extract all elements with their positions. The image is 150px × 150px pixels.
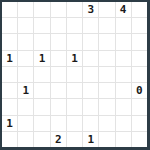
cell-r6-c1[interactable] — [18, 99, 33, 114]
cell-r0-c5-clue[interactable]: 3 — [83, 2, 98, 17]
cell-r7-c3[interactable] — [51, 116, 66, 131]
cell-r6-c8[interactable] — [132, 99, 147, 114]
cell-r3-c1[interactable] — [18, 51, 33, 66]
cell-r8-c4[interactable] — [67, 132, 82, 147]
cell-r6-c4[interactable] — [67, 99, 82, 114]
cell-r3-c4-clue[interactable]: 1 — [67, 51, 82, 66]
cell-r1-c7[interactable] — [116, 18, 131, 33]
cell-r2-c7[interactable] — [116, 34, 131, 49]
cell-r6-c6[interactable] — [99, 99, 114, 114]
cell-r7-c4[interactable] — [67, 116, 82, 131]
cell-r2-c8[interactable] — [132, 34, 147, 49]
cell-r3-c5[interactable] — [83, 51, 98, 66]
cell-r1-c1[interactable] — [18, 18, 33, 33]
cell-r7-c0-clue[interactable]: 1 — [2, 116, 17, 131]
cell-r4-c6[interactable] — [99, 67, 114, 82]
cell-r0-c2[interactable] — [34, 2, 49, 17]
cell-r6-c2[interactable] — [34, 99, 49, 114]
cell-r5-c1-clue[interactable]: 1 — [18, 83, 33, 98]
cell-r4-c3[interactable] — [51, 67, 66, 82]
cell-r1-c4[interactable] — [67, 18, 82, 33]
cell-r3-c2-clue[interactable]: 1 — [34, 51, 49, 66]
cell-r6-c5[interactable] — [83, 99, 98, 114]
cell-r0-c3[interactable] — [51, 2, 66, 17]
cell-r2-c1[interactable] — [18, 34, 33, 49]
cell-r0-c4[interactable] — [67, 2, 82, 17]
cell-r0-c8[interactable] — [132, 2, 147, 17]
cell-r5-c0[interactable] — [2, 83, 17, 98]
cell-r1-c3[interactable] — [51, 18, 66, 33]
cell-r2-c5[interactable] — [83, 34, 98, 49]
cell-r1-c2[interactable] — [34, 18, 49, 33]
cell-r5-c3[interactable] — [51, 83, 66, 98]
cell-r8-c5-clue[interactable]: 1 — [83, 132, 98, 147]
cell-r8-c0[interactable] — [2, 132, 17, 147]
cell-r3-c3[interactable] — [51, 51, 66, 66]
cell-r0-c1[interactable] — [18, 2, 33, 17]
cell-r8-c2[interactable] — [34, 132, 49, 147]
cell-r3-c0-clue[interactable]: 1 — [2, 51, 17, 66]
cell-r8-c6[interactable] — [99, 132, 114, 147]
cell-r0-c6[interactable] — [99, 2, 114, 17]
cell-r6-c7[interactable] — [116, 99, 131, 114]
cell-r3-c7[interactable] — [116, 51, 131, 66]
puzzle-board: 3411110121 — [0, 0, 150, 150]
cell-r4-c4[interactable] — [67, 67, 82, 82]
cell-r2-c0[interactable] — [2, 34, 17, 49]
cell-r3-c8[interactable] — [132, 51, 147, 66]
cell-r5-c8-clue[interactable]: 0 — [132, 83, 147, 98]
cell-r2-c3[interactable] — [51, 34, 66, 49]
cell-r7-c8[interactable] — [132, 116, 147, 131]
cell-r5-c4[interactable] — [67, 83, 82, 98]
cell-r7-c6[interactable] — [99, 116, 114, 131]
cell-r5-c2[interactable] — [34, 83, 49, 98]
cell-r4-c7[interactable] — [116, 67, 131, 82]
cell-r1-c8[interactable] — [132, 18, 147, 33]
cell-r5-c6[interactable] — [99, 83, 114, 98]
cell-r8-c1[interactable] — [18, 132, 33, 147]
cell-r0-c0[interactable] — [2, 2, 17, 17]
cell-r7-c5[interactable] — [83, 116, 98, 131]
cell-r4-c1[interactable] — [18, 67, 33, 82]
cell-r1-c6[interactable] — [99, 18, 114, 33]
cell-r0-c7-clue[interactable]: 4 — [116, 2, 131, 17]
cell-r2-c2[interactable] — [34, 34, 49, 49]
cell-r8-c7[interactable] — [116, 132, 131, 147]
cell-r8-c8[interactable] — [132, 132, 147, 147]
cell-r4-c5[interactable] — [83, 67, 98, 82]
cell-r4-c0[interactable] — [2, 67, 17, 82]
cell-r7-c7[interactable] — [116, 116, 131, 131]
cell-r8-c3-clue[interactable]: 2 — [51, 132, 66, 147]
cell-r4-c8[interactable] — [132, 67, 147, 82]
cell-r6-c0[interactable] — [2, 99, 17, 114]
cell-r1-c5[interactable] — [83, 18, 98, 33]
cell-r7-c1[interactable] — [18, 116, 33, 131]
cell-r2-c4[interactable] — [67, 34, 82, 49]
cell-r5-c7[interactable] — [116, 83, 131, 98]
cell-r4-c2[interactable] — [34, 67, 49, 82]
cell-r1-c0[interactable] — [2, 18, 17, 33]
cell-r3-c6[interactable] — [99, 51, 114, 66]
cell-r5-c5[interactable] — [83, 83, 98, 98]
cell-r6-c3[interactable] — [51, 99, 66, 114]
cell-r2-c6[interactable] — [99, 34, 114, 49]
cell-r7-c2[interactable] — [34, 116, 49, 131]
